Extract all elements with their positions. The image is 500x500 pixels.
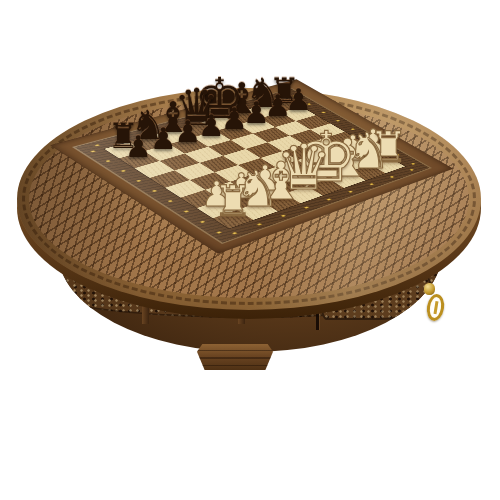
- piece-black-pawn-d7[interactable]: ♟: [198, 111, 225, 141]
- piece-black-pawn-b7[interactable]: ♟: [150, 125, 177, 155]
- piece-black-pawn-a7[interactable]: ♟: [125, 132, 152, 162]
- pieces-layer: ♜♞♝♛♚♝♞♜♟♟♟♟♟♟♟♟♟♟♟♟♟♟♟♟♜♞♝♛♚♝♞♜: [0, 0, 500, 500]
- piece-white-rook-a1[interactable]: ♜: [214, 180, 253, 223]
- piece-black-pawn-c7[interactable]: ♟: [174, 118, 201, 148]
- chess-table-scene: ♜♞♝♛♚♝♞♜♟♟♟♟♟♟♟♟♟♟♟♟♟♟♟♟♜♞♝♛♚♝♞♜: [0, 0, 500, 500]
